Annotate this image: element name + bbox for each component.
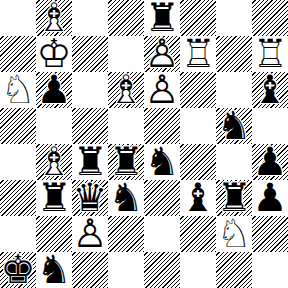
piece-white-pawn-c2: ♟♙ bbox=[72, 216, 108, 252]
piece-black-knight-g5: ♞♞ bbox=[216, 108, 252, 144]
piece-glyph: ♗ bbox=[108, 72, 144, 108]
piece-glyph: ♘ bbox=[0, 72, 36, 108]
piece-glyph: ♟ bbox=[252, 180, 288, 216]
square-a5[interactable] bbox=[0, 108, 36, 144]
square-h3[interactable]: ♟♟ bbox=[252, 180, 288, 216]
piece-glyph: ♞ bbox=[108, 180, 144, 216]
square-d1[interactable] bbox=[108, 252, 144, 288]
square-e1[interactable] bbox=[144, 252, 180, 288]
piece-glyph: ♞ bbox=[144, 144, 180, 180]
square-c7[interactable] bbox=[72, 36, 108, 72]
piece-black-pawn-h3: ♟♟ bbox=[252, 180, 288, 216]
square-a3[interactable] bbox=[0, 180, 36, 216]
square-c8[interactable] bbox=[72, 0, 108, 36]
square-c6[interactable] bbox=[72, 72, 108, 108]
piece-glyph: ♟ bbox=[36, 72, 72, 108]
piece-black-knight-e4: ♞♞ bbox=[144, 144, 180, 180]
square-e3[interactable] bbox=[144, 180, 180, 216]
square-a8[interactable] bbox=[0, 0, 36, 36]
piece-black-bishop-h6: ♝♝ bbox=[252, 72, 288, 108]
square-h1[interactable] bbox=[252, 252, 288, 288]
square-d2[interactable] bbox=[108, 216, 144, 252]
square-b6[interactable]: ♟♟ bbox=[36, 72, 72, 108]
square-f3[interactable]: ♝♝ bbox=[180, 180, 216, 216]
square-h2[interactable] bbox=[252, 216, 288, 252]
square-g2[interactable]: ♞♘ bbox=[216, 216, 252, 252]
square-c2[interactable]: ♟♙ bbox=[72, 216, 108, 252]
piece-glyph: ♝ bbox=[252, 72, 288, 108]
square-d3[interactable]: ♞♞ bbox=[108, 180, 144, 216]
square-g8[interactable] bbox=[216, 0, 252, 36]
square-a1[interactable]: ♚♚ bbox=[0, 252, 36, 288]
piece-white-knight-a6: ♞♘ bbox=[0, 72, 36, 108]
square-g1[interactable] bbox=[216, 252, 252, 288]
piece-glyph: ♜ bbox=[36, 180, 72, 216]
piece-glyph: ♙ bbox=[144, 72, 180, 108]
piece-glyph: ♚ bbox=[0, 252, 36, 288]
square-d8[interactable] bbox=[108, 0, 144, 36]
square-e2[interactable] bbox=[144, 216, 180, 252]
square-f7[interactable]: ♜♖ bbox=[180, 36, 216, 72]
piece-glyph: ♖ bbox=[180, 36, 216, 72]
square-e4[interactable]: ♞♞ bbox=[144, 144, 180, 180]
piece-white-pawn-e6: ♟♙ bbox=[144, 72, 180, 108]
square-f6[interactable] bbox=[180, 72, 216, 108]
piece-glyph: ♙ bbox=[72, 216, 108, 252]
square-f2[interactable] bbox=[180, 216, 216, 252]
square-g7[interactable] bbox=[216, 36, 252, 72]
piece-white-knight-g2: ♞♘ bbox=[216, 216, 252, 252]
square-e6[interactable]: ♟♙ bbox=[144, 72, 180, 108]
square-f5[interactable] bbox=[180, 108, 216, 144]
square-f1[interactable] bbox=[180, 252, 216, 288]
piece-white-rook-f7: ♜♖ bbox=[180, 36, 216, 72]
square-g5[interactable]: ♞♞ bbox=[216, 108, 252, 144]
piece-black-knight-b1: ♞♞ bbox=[36, 252, 72, 288]
piece-black-rook-b3: ♜♜ bbox=[36, 180, 72, 216]
square-a6[interactable]: ♞♘ bbox=[0, 72, 36, 108]
piece-glyph: ♘ bbox=[216, 216, 252, 252]
piece-black-knight-d3: ♞♞ bbox=[108, 180, 144, 216]
piece-glyph: ♞ bbox=[216, 108, 252, 144]
piece-glyph: ♞ bbox=[36, 252, 72, 288]
piece-black-bishop-f3: ♝♝ bbox=[180, 180, 216, 216]
piece-glyph: ♝ bbox=[180, 180, 216, 216]
square-c1[interactable] bbox=[72, 252, 108, 288]
piece-white-bishop-d6: ♝♗ bbox=[108, 72, 144, 108]
piece-black-king-a1: ♚♚ bbox=[0, 252, 36, 288]
square-d6[interactable]: ♝♗ bbox=[108, 72, 144, 108]
piece-black-pawn-b6: ♟♟ bbox=[36, 72, 72, 108]
square-b1[interactable]: ♞♞ bbox=[36, 252, 72, 288]
square-h6[interactable]: ♝♝ bbox=[252, 72, 288, 108]
square-a4[interactable] bbox=[0, 144, 36, 180]
square-b3[interactable]: ♜♜ bbox=[36, 180, 72, 216]
chess-board: ♝♗♜♜♚♔♟♙♜♖♜♖♞♘♟♟♝♗♟♙♝♝♞♞♝♗♜♜♜♜♞♞♟♟♜♜♛♛♞♞… bbox=[0, 0, 288, 288]
